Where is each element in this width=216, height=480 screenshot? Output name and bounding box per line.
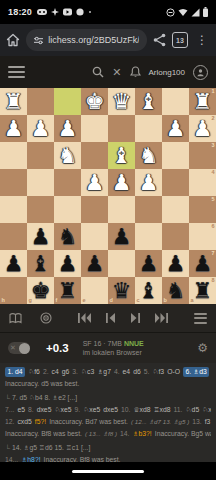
square-h3[interactable] [0,142,27,169]
move[interactable]: e5 [17,407,25,414]
engine-settings-gear-icon[interactable]: ⚙ [197,341,208,355]
square-c1[interactable]: ♝ [135,88,162,115]
rank-label: 5 [211,197,214,203]
square-f4[interactable] [54,169,81,196]
move-line: Inaccuracy. d5 was best. [5,378,211,390]
black-pawn-piece[interactable]: ♟ [108,223,135,250]
last-move-button[interactable] [155,313,168,323]
close-icon[interactable]: ✕ [112,66,121,79]
evaluation-score: +0.3 [46,342,69,354]
move[interactable]: ♘f3 [152,369,164,376]
square-g8[interactable]: ♚g [27,277,54,304]
move[interactable]: c4 [52,369,59,376]
status-bar: 18:20 [0,0,216,24]
square-g7[interactable]: ♝ [27,250,54,277]
black-bishop-piece[interactable]: ♝ [27,250,54,277]
more-notifications-icon [88,8,92,16]
white-queen-piece[interactable]: ♛ [108,88,135,115]
annotation-comment: Inaccuracy. Bd7 was best. [49,419,128,426]
square-b5[interactable] [162,196,189,223]
toggle-off-icon: ✕ [10,343,16,353]
square-a1[interactable]: ♜1 [189,88,216,115]
move-number[interactable]: 14. [120,431,129,438]
move[interactable]: ♘f6 [28,369,40,376]
inline-variation[interactable]: ( 12... ♗d7 13. ♗g5 ) [131,419,189,425]
square-a3[interactable]: 3 [189,142,216,169]
square-e8[interactable]: e [81,277,108,304]
browser-toolbar: lichess.org/2BD5UzFk/bl 13 ⋮ [0,24,216,56]
square-h8[interactable]: h [0,277,27,304]
square-e5[interactable] [81,196,108,223]
square-d2[interactable] [108,115,135,142]
app-notification-icon [37,8,47,16]
white-pawn-piece[interactable]: ♟ [27,115,54,142]
white-pawn-piece[interactable]: ♟ [162,115,189,142]
variation-branch-mark: └ [5,395,10,402]
site-header: ✕ Arlong100 [0,56,216,88]
inline-variation[interactable]: ( 13... ♗f8 ) [85,431,117,437]
file-label: c [137,298,140,304]
white-bishop-piece[interactable]: ♝ [135,88,162,115]
engine-toggle[interactable]: ✕ [8,342,30,354]
engine-nnue-badge: NNUE [124,340,144,347]
move-number[interactable]: 8. [28,407,34,414]
share-icon[interactable] [153,33,166,47]
white-bishop-piece[interactable]: ♝ [108,142,135,169]
move-list[interactable]: 1. d4♘f62.c4g63.♘c3♗g74.e4d65.♘f3O-O6. ♗… [0,363,216,466]
tab-switcher-button[interactable]: 13 [172,32,188,48]
square-d5[interactable] [108,196,135,223]
browser-menu-icon[interactable]: ⋮ [194,34,210,46]
square-g3[interactable] [27,142,54,169]
engine-name: SF 16 · 7MB [83,340,122,347]
app-notification-icon [51,8,59,16]
square-d4[interactable]: ♟ [108,169,135,196]
square-c7[interactable]: ♟ [135,250,162,277]
black-rook-piece[interactable]: ♜ [54,277,81,304]
system-status-icons [166,7,208,17]
square-f5[interactable] [54,196,81,223]
annotation-comment: Inaccuracy. Bf8 was best. [5,431,82,438]
clock: 18:20 [8,7,32,17]
square-e7[interactable]: ♟ [81,250,108,277]
square-c2[interactable] [135,115,162,142]
square-g4[interactable] [27,169,54,196]
previous-move-button[interactable] [106,313,115,323]
move-number[interactable]: 9. [75,407,81,414]
search-icon[interactable] [92,66,104,78]
move-number[interactable]: 7... [5,407,14,414]
white-king-piece[interactable]: ♚ [81,88,108,115]
url-text[interactable]: lichess.org/2BD5UzFk/bl [48,35,139,45]
square-c8[interactable]: ♝c [135,277,162,304]
square-b6[interactable] [162,223,189,250]
black-pawn-piece[interactable]: ♟ [162,250,189,277]
move-number[interactable]: 3. [72,369,78,376]
square-f1[interactable] [54,88,81,115]
inaccuracy-move[interactable]: f5?! [35,419,46,426]
square-h7[interactable]: ♟ [0,250,27,277]
black-pawn-piece[interactable]: ♟ [27,223,54,250]
video-notification-icon [63,8,72,16]
engine-bar: ✕ +0.3 SF 16 · 7MB NNUE im lokalen Brows… [0,332,216,363]
variation-moves[interactable]: 7. d5 ♘b4 8. ♗e2 [...] [12,395,77,402]
move-number[interactable]: 13. [192,419,201,426]
first-move-button[interactable] [78,313,91,323]
annotation-comment: Inaccuracy. d5 was best. [5,381,79,388]
square-a8[interactable]: ♜8a [189,277,216,304]
move[interactable]: ♘c3 [81,369,94,376]
data-saver-icon [166,8,175,17]
variation-line: └14. ♗g5 ♖d6 15. ♖c1 [...] [5,442,211,454]
move[interactable]: cxd5 [17,419,31,426]
square-f3[interactable]: ♞ [54,142,81,169]
black-pawn-piece[interactable]: ♟ [81,250,108,277]
move-line: Inaccuracy. Bf8 was best.( 13... ♗f8 )14… [5,428,211,440]
white-pawn-piece[interactable]: ♟ [0,115,27,142]
square-e4[interactable]: ♟ [81,169,108,196]
notification-bell-icon[interactable] [130,66,141,78]
rank-label: 6 [211,224,214,230]
square-g6[interactable]: ♟ [27,223,54,250]
square-b3[interactable] [162,142,189,169]
move[interactable]: e4 [123,369,131,376]
move[interactable]: dxe5 [103,407,118,414]
user-avatar-icon[interactable] [193,65,208,80]
practice-target-icon[interactable] [40,312,52,324]
file-label: h [2,298,5,304]
black-pawn-piece[interactable]: ♟ [54,250,81,277]
move[interactable]: O-O [167,369,180,376]
rank-label: 8 [211,278,214,284]
square-d1[interactable]: ♛ [108,88,135,115]
current-move[interactable]: 6. ♗d3 [183,367,209,377]
square-e2[interactable] [81,115,108,142]
square-d8[interactable]: ♛d [108,277,135,304]
username[interactable]: Arlong100 [149,68,185,77]
square-c4[interactable]: ♟ [135,169,162,196]
battery-icon [203,7,208,17]
rank-label: 4 [211,170,214,176]
black-pawn-piece[interactable]: ♟ [135,250,162,277]
move[interactable]: ♘xe5 [54,407,71,414]
white-pawn-piece[interactable]: ♟ [108,169,135,196]
url-bar[interactable]: lichess.org/2BD5UzFk/bl [26,29,147,51]
square-c5[interactable] [135,196,162,223]
square-f2[interactable]: ♟ [54,115,81,142]
chess-board[interactable]: ♜♚♛♝♜1♟♟♟♟♟2♞♝♞3♟♟♟45♟♞♟6♟♝♟♟♟♟♟7h♚g♜fe♛… [0,88,216,304]
move-line: 7...e58.dxe5♘xe59.♘xe5dxe510.♕xd8♖xd811.… [5,404,211,416]
square-e1[interactable]: ♚ [81,88,108,115]
move[interactable]: ♗g7 [97,369,111,376]
file-label: b [164,298,167,304]
square-h6[interactable] [0,223,27,250]
square-a2[interactable]: ♟2 [189,115,216,142]
gesture-navigation-bar[interactable] [0,462,216,480]
square-a6[interactable]: 6 [189,223,216,250]
move[interactable]: ♘d5 [186,407,200,414]
white-knight-piece[interactable]: ♞ [135,142,162,169]
square-g1[interactable] [27,88,54,115]
analysis-menu-icon[interactable] [194,313,207,324]
current-move[interactable]: 1. d4 [5,367,25,377]
engine-info: SF 16 · 7MB NNUE im lokalen Browser [83,339,144,357]
annotation-comment: Inaccuracy. Bg5 was best. [155,431,211,438]
square-b4[interactable] [162,169,189,196]
move[interactable]: ♘xe5 [83,407,100,414]
file-label: e [83,298,86,304]
move[interactable]: ♘xd5 [202,407,211,414]
black-pawn-piece[interactable]: ♟ [0,250,27,277]
square-a7[interactable]: ♟7 [189,250,216,277]
inaccuracy-move[interactable]: ♗b3?! [132,431,151,438]
square-g5[interactable] [27,196,54,223]
square-h1[interactable]: ♜ [0,88,27,115]
cell-signal-icon [191,8,200,17]
move[interactable]: d6 [133,369,141,376]
square-a4[interactable]: 4 [189,169,216,196]
wifi-icon [178,8,188,17]
rank-label: 2 [211,116,214,122]
square-a5[interactable]: 5 [189,196,216,223]
square-b8[interactable]: ♞b [162,277,189,304]
square-d7[interactable] [108,250,135,277]
square-c3[interactable]: ♞ [135,142,162,169]
white-pawn-piece[interactable]: ♟ [54,115,81,142]
black-knight-piece[interactable]: ♞ [54,223,81,250]
book-icon[interactable] [9,313,22,324]
move-number[interactable]: 2. [43,369,49,376]
analysis-controls [0,304,216,332]
file-label: f [56,298,58,304]
square-b7[interactable]: ♟ [162,250,189,277]
square-h2[interactable]: ♟ [0,115,27,142]
move-number[interactable]: 12. [5,419,14,426]
rank-label: 7 [211,251,214,257]
site-settings-icon[interactable] [34,36,43,45]
dot-notification-icon [76,8,84,16]
square-f8[interactable]: ♜f [54,277,81,304]
square-b2[interactable]: ♟ [162,115,189,142]
hamburger-menu-icon[interactable] [8,64,25,80]
move-number[interactable]: 4. [114,369,120,376]
move-navigation [62,313,184,323]
variation-branch-mark: └ [5,445,10,452]
square-g2[interactable]: ♟ [27,115,54,142]
phone-screen: 18:20 lichess.org/2BD5UzFk/bl 13 ⋮ [0,0,216,480]
move[interactable]: ♖xd8 [154,407,171,414]
rank-label: 3 [211,143,214,149]
home-icon[interactable] [6,33,20,47]
white-rook-piece[interactable]: ♜ [0,88,27,115]
engine-location: im lokalen Browser [83,349,142,356]
square-e3[interactable] [81,142,108,169]
rank-label: 1 [211,89,214,95]
square-h5[interactable] [0,196,27,223]
variation-moves[interactable]: 14. ♗g5 ♖d6 15. ♖c1 [...] [12,445,90,452]
move-number[interactable]: 10. [121,407,130,414]
move-number[interactable]: 5. [144,369,150,376]
square-c6[interactable] [135,223,162,250]
square-e6[interactable] [81,223,108,250]
square-f6[interactable]: ♞ [54,223,81,250]
move-line: 12.cxd5f5?!Inaccuracy. Bd7 was best.( 12… [5,416,211,428]
square-d6[interactable]: ♟ [108,223,135,250]
move[interactable]: dxe5 [37,407,52,414]
white-pawn-piece[interactable]: ♟ [81,169,108,196]
variation-line: └7. d5 ♘b4 8. ♗e2 [...] [5,392,211,404]
square-f7[interactable]: ♟ [54,250,81,277]
square-b1[interactable] [162,88,189,115]
move-line: 1. d4♘f62.c4g63.♘c3♗g74.e4d65.♘f3O-O6. ♗… [5,366,211,378]
file-label: g [29,298,32,304]
square-d3[interactable]: ♝ [108,142,135,169]
move[interactable]: f3 [205,419,211,426]
square-h4[interactable] [0,169,27,196]
file-label: d [110,298,113,304]
next-move-button[interactable] [131,313,140,323]
white-knight-piece[interactable]: ♞ [54,142,81,169]
notification-icons [37,8,92,16]
white-pawn-piece[interactable]: ♟ [135,169,162,196]
move-number[interactable]: 11. [174,407,183,414]
move[interactable]: ♕xd8 [133,407,150,414]
home-gesture-pill[interactable] [72,470,144,473]
move[interactable]: g6 [62,369,70,376]
file-label: a [191,298,194,304]
